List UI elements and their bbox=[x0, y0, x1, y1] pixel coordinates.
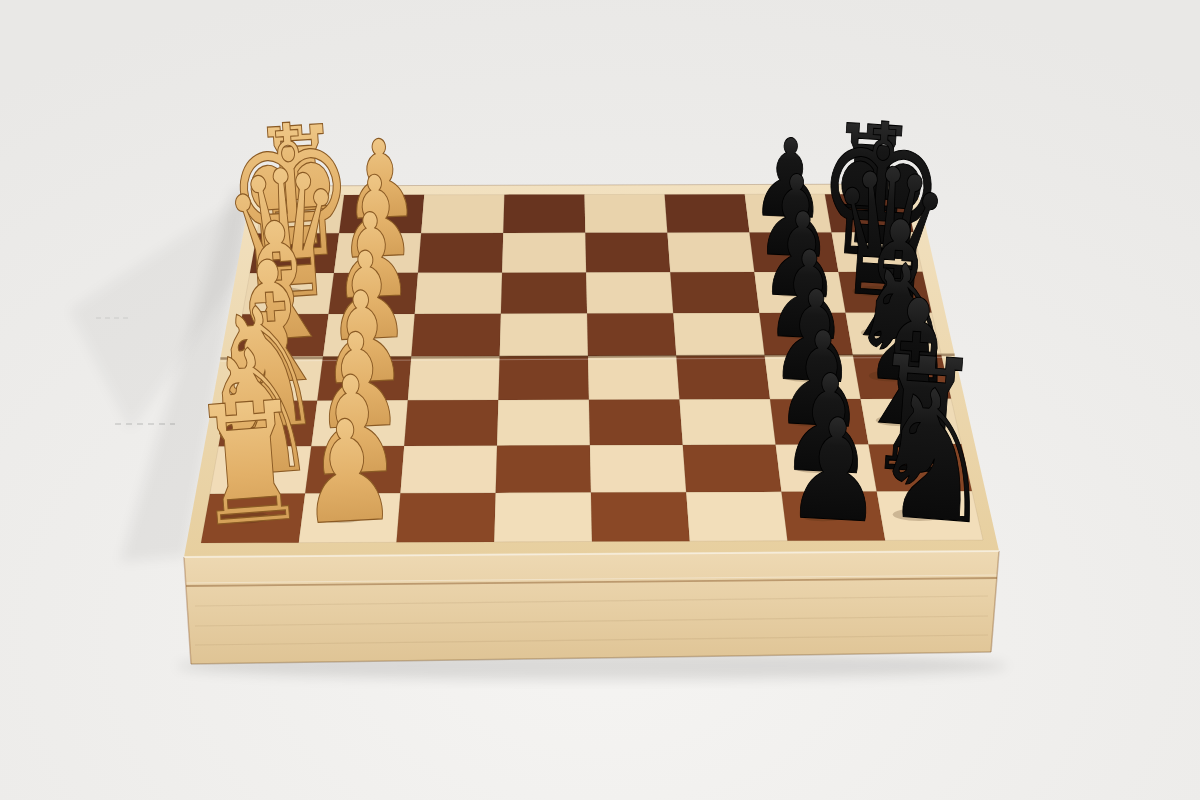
square-h5[interactable] bbox=[585, 194, 668, 232]
square-b4[interactable] bbox=[496, 445, 591, 493]
square-b6[interactable] bbox=[683, 445, 782, 492]
piece-white-pawn-a2[interactable]: ♟ bbox=[294, 388, 401, 557]
square-h6[interactable] bbox=[665, 194, 750, 232]
square-e4[interactable] bbox=[500, 313, 588, 356]
white-pawn-glyph: ♟ bbox=[294, 388, 401, 557]
board-scene: ♜♟♜♟♚♟♚♟♛♟♛♟♝♟♝♟♝♟♞♟♞♟♝♟♞♟♜♟♜♟♞♟ bbox=[0, 0, 1200, 800]
square-a6[interactable] bbox=[686, 492, 787, 541]
square-e5[interactable] bbox=[587, 313, 676, 356]
square-f6[interactable] bbox=[670, 272, 759, 313]
square-b3[interactable] bbox=[400, 446, 497, 494]
square-d4[interactable] bbox=[498, 356, 589, 400]
piece-black-pawn-a7[interactable]: ♟ bbox=[782, 386, 889, 555]
square-h3[interactable] bbox=[421, 195, 504, 234]
square-b5[interactable] bbox=[590, 445, 686, 492]
square-d3[interactable] bbox=[408, 356, 500, 400]
square-d5[interactable] bbox=[588, 356, 680, 400]
square-c3[interactable] bbox=[404, 400, 498, 446]
square-g3[interactable] bbox=[418, 233, 503, 273]
black-pawn-glyph: ♟ bbox=[782, 386, 889, 555]
square-g6[interactable] bbox=[667, 233, 754, 273]
square-f5[interactable] bbox=[586, 272, 673, 313]
square-e6[interactable] bbox=[673, 313, 764, 356]
chess-set-photo: ♜♟♜♟♚♟♚♟♛♟♛♟♝♟♝♟♝♟♞♟♞♟♝♟♞♟♜♟♜♟♞♟ bbox=[0, 0, 1200, 800]
square-h4[interactable] bbox=[503, 195, 585, 233]
square-f4[interactable] bbox=[501, 272, 587, 313]
square-g4[interactable] bbox=[502, 233, 586, 273]
square-a5[interactable] bbox=[591, 492, 690, 541]
square-c5[interactable] bbox=[589, 400, 683, 446]
square-c6[interactable] bbox=[679, 399, 775, 445]
square-e3[interactable] bbox=[411, 314, 501, 357]
box-front-face bbox=[184, 551, 999, 664]
square-a3[interactable] bbox=[397, 493, 496, 542]
square-g5[interactable] bbox=[585, 233, 670, 273]
square-c4[interactable] bbox=[497, 400, 590, 446]
square-f3[interactable] bbox=[415, 273, 502, 314]
square-d6[interactable] bbox=[676, 355, 770, 399]
square-a4[interactable] bbox=[494, 493, 592, 542]
